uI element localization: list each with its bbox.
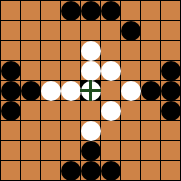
cell-r6c8[interactable]: [161, 121, 180, 140]
cell-r5c1[interactable]: [21, 101, 40, 120]
cell-r3c7[interactable]: [141, 61, 160, 80]
black-stone[interactable]: [1, 81, 21, 101]
cell-r1c0[interactable]: [1, 21, 20, 40]
cell-r0c8[interactable]: [161, 1, 180, 20]
black-stone[interactable]: [101, 1, 121, 21]
cell-r0c1[interactable]: [21, 1, 40, 20]
cell-r6c6[interactable]: [121, 121, 140, 140]
cell-r8c6[interactable]: [121, 161, 140, 180]
cell-r6c1[interactable]: [21, 121, 40, 140]
cell-r2c8[interactable]: [161, 41, 180, 60]
white-stone[interactable]: [81, 121, 101, 141]
black-stone[interactable]: [81, 161, 101, 181]
cell-r3c5[interactable]: [101, 61, 120, 80]
cell-r3c4[interactable]: [81, 61, 100, 80]
black-stone[interactable]: [81, 1, 101, 21]
cell-r0c3[interactable]: [61, 1, 80, 20]
cell-r0c5[interactable]: [101, 1, 120, 20]
cell-r5c4[interactable]: [81, 101, 100, 120]
throne-cell[interactable]: [81, 81, 100, 100]
cell-r1c4[interactable]: [81, 21, 100, 40]
cell-r2c3[interactable]: [61, 41, 80, 60]
cell-r3c3[interactable]: [61, 61, 80, 80]
cell-r8c3[interactable]: [61, 161, 80, 180]
cell-r7c0[interactable]: [1, 141, 20, 160]
cell-r8c2[interactable]: [41, 161, 60, 180]
cell-r2c4[interactable]: [81, 41, 100, 60]
cell-r5c5[interactable]: [101, 101, 120, 120]
cell-r8c1[interactable]: [21, 161, 40, 180]
cell-r2c2[interactable]: [41, 41, 60, 60]
cell-r0c0[interactable]: [1, 1, 20, 20]
black-stone[interactable]: [21, 81, 41, 101]
black-stone[interactable]: [141, 81, 161, 101]
cell-r8c4[interactable]: [81, 161, 100, 180]
cell-r1c2[interactable]: [41, 21, 60, 40]
white-stone[interactable]: [81, 41, 101, 61]
cell-r6c7[interactable]: [141, 121, 160, 140]
cell-r7c6[interactable]: [121, 141, 140, 160]
black-stone[interactable]: [161, 101, 181, 121]
cell-r2c5[interactable]: [101, 41, 120, 60]
cell-r3c0[interactable]: [1, 61, 20, 80]
cell-r7c1[interactable]: [21, 141, 40, 160]
cell-r4c6[interactable]: [121, 81, 140, 100]
cell-r7c3[interactable]: [61, 141, 80, 160]
cell-r3c6[interactable]: [121, 61, 140, 80]
cell-r4c2[interactable]: [41, 81, 60, 100]
tablut-board: [0, 0, 181, 181]
cell-r5c6[interactable]: [121, 101, 140, 120]
cell-r8c0[interactable]: [1, 161, 20, 180]
cell-r4c7[interactable]: [141, 81, 160, 100]
black-stone[interactable]: [1, 101, 21, 121]
white-stone[interactable]: [101, 101, 121, 121]
cell-r7c8[interactable]: [161, 141, 180, 160]
cell-r6c5[interactable]: [101, 121, 120, 140]
cell-r8c7[interactable]: [141, 161, 160, 180]
cell-r0c2[interactable]: [41, 1, 60, 20]
cell-r6c4[interactable]: [81, 121, 100, 140]
black-stone[interactable]: [121, 21, 141, 41]
black-stone[interactable]: [61, 1, 81, 21]
white-stone[interactable]: [101, 61, 121, 81]
cell-r1c7[interactable]: [141, 21, 160, 40]
cell-r0c4[interactable]: [81, 1, 100, 20]
cell-r3c1[interactable]: [21, 61, 40, 80]
cell-r6c2[interactable]: [41, 121, 60, 140]
cell-r1c3[interactable]: [61, 21, 80, 40]
cell-r4c5[interactable]: [101, 81, 120, 100]
cell-r2c1[interactable]: [21, 41, 40, 60]
cell-r3c2[interactable]: [41, 61, 60, 80]
white-stone[interactable]: [81, 61, 101, 81]
cell-r6c3[interactable]: [61, 121, 80, 140]
cell-r8c8[interactable]: [161, 161, 180, 180]
cell-r1c8[interactable]: [161, 21, 180, 40]
cell-r3c8[interactable]: [161, 61, 180, 80]
cell-r6c0[interactable]: [1, 121, 20, 140]
cell-r5c3[interactable]: [61, 101, 80, 120]
white-stone[interactable]: [41, 81, 61, 101]
cell-r2c7[interactable]: [141, 41, 160, 60]
cell-r5c7[interactable]: [141, 101, 160, 120]
black-stone[interactable]: [101, 161, 121, 181]
cell-r4c0[interactable]: [1, 81, 20, 100]
cell-r2c0[interactable]: [1, 41, 20, 60]
cell-r4c1[interactable]: [21, 81, 40, 100]
cell-r2c6[interactable]: [121, 41, 140, 60]
cell-r7c2[interactable]: [41, 141, 60, 160]
cell-r5c8[interactable]: [161, 101, 180, 120]
cell-r4c3[interactable]: [61, 81, 80, 100]
cell-r5c0[interactable]: [1, 101, 20, 120]
cell-r0c6[interactable]: [121, 1, 140, 20]
cell-r1c6[interactable]: [121, 21, 140, 40]
black-stone[interactable]: [161, 81, 181, 101]
cell-r1c1[interactable]: [21, 21, 40, 40]
white-stone[interactable]: [61, 81, 81, 101]
cell-r4c8[interactable]: [161, 81, 180, 100]
cell-r0c7[interactable]: [141, 1, 160, 20]
black-stone[interactable]: [1, 61, 21, 81]
black-stone[interactable]: [161, 61, 181, 81]
black-stone[interactable]: [61, 161, 81, 181]
king-cross-icon: [80, 89, 101, 92]
black-stone[interactable]: [81, 141, 101, 161]
cell-r5c2[interactable]: [41, 101, 60, 120]
cell-r7c4[interactable]: [81, 141, 100, 160]
white-stone[interactable]: [121, 81, 141, 101]
cell-r7c7[interactable]: [141, 141, 160, 160]
cell-r8c5[interactable]: [101, 161, 120, 180]
cell-r7c5[interactable]: [101, 141, 120, 160]
cell-r1c5[interactable]: [101, 21, 120, 40]
